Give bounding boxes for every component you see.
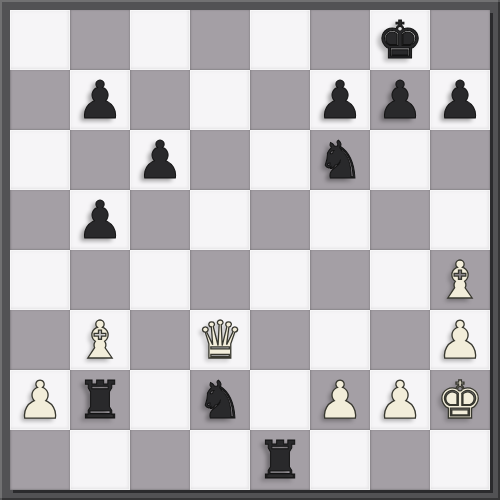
square-b1[interactable] bbox=[70, 430, 130, 490]
square-g1[interactable] bbox=[370, 430, 430, 490]
square-a7[interactable] bbox=[10, 70, 70, 130]
piece-black-pawn[interactable]: ♟ bbox=[137, 134, 184, 186]
square-d4[interactable] bbox=[190, 250, 250, 310]
square-a6[interactable] bbox=[10, 130, 70, 190]
piece-black-king[interactable]: ♚ bbox=[377, 14, 424, 66]
square-a3[interactable] bbox=[10, 310, 70, 370]
piece-black-knight[interactable]: ♞ bbox=[317, 134, 364, 186]
board-frame: ♚♟♟♟♟♟♞♟♝♝♛♟♟♜♞♟♟♚♜ bbox=[0, 0, 500, 500]
piece-black-pawn[interactable]: ♟ bbox=[77, 194, 124, 246]
square-c4[interactable] bbox=[130, 250, 190, 310]
square-e7[interactable] bbox=[250, 70, 310, 130]
square-d3[interactable]: ♛ bbox=[190, 310, 250, 370]
piece-black-pawn[interactable]: ♟ bbox=[77, 74, 124, 126]
square-b3[interactable]: ♝ bbox=[70, 310, 130, 370]
square-b8[interactable] bbox=[70, 10, 130, 70]
square-a5[interactable] bbox=[10, 190, 70, 250]
square-h2[interactable]: ♚ bbox=[430, 370, 490, 430]
square-g5[interactable] bbox=[370, 190, 430, 250]
square-g8[interactable]: ♚ bbox=[370, 10, 430, 70]
square-e4[interactable] bbox=[250, 250, 310, 310]
square-c3[interactable] bbox=[130, 310, 190, 370]
piece-white-pawn[interactable]: ♟ bbox=[377, 374, 424, 426]
square-b7[interactable]: ♟ bbox=[70, 70, 130, 130]
square-c2[interactable] bbox=[130, 370, 190, 430]
piece-white-pawn[interactable]: ♟ bbox=[317, 374, 364, 426]
square-h3[interactable]: ♟ bbox=[430, 310, 490, 370]
square-e3[interactable] bbox=[250, 310, 310, 370]
square-h6[interactable] bbox=[430, 130, 490, 190]
square-f4[interactable] bbox=[310, 250, 370, 310]
piece-white-queen[interactable]: ♛ bbox=[197, 314, 244, 366]
piece-white-bishop[interactable]: ♝ bbox=[77, 314, 124, 366]
square-f1[interactable] bbox=[310, 430, 370, 490]
square-e1[interactable]: ♜ bbox=[250, 430, 310, 490]
square-b5[interactable]: ♟ bbox=[70, 190, 130, 250]
chess-board: ♚♟♟♟♟♟♞♟♝♝♛♟♟♜♞♟♟♚♜ bbox=[10, 10, 490, 490]
square-f6[interactable]: ♞ bbox=[310, 130, 370, 190]
square-c5[interactable] bbox=[130, 190, 190, 250]
square-g4[interactable] bbox=[370, 250, 430, 310]
square-f7[interactable]: ♟ bbox=[310, 70, 370, 130]
piece-white-pawn[interactable]: ♟ bbox=[17, 374, 64, 426]
square-d2[interactable]: ♞ bbox=[190, 370, 250, 430]
square-c1[interactable] bbox=[130, 430, 190, 490]
square-g7[interactable]: ♟ bbox=[370, 70, 430, 130]
square-e5[interactable] bbox=[250, 190, 310, 250]
square-g3[interactable] bbox=[370, 310, 430, 370]
square-a4[interactable] bbox=[10, 250, 70, 310]
square-a2[interactable]: ♟ bbox=[10, 370, 70, 430]
square-d6[interactable] bbox=[190, 130, 250, 190]
square-h5[interactable] bbox=[430, 190, 490, 250]
square-f2[interactable]: ♟ bbox=[310, 370, 370, 430]
square-e6[interactable] bbox=[250, 130, 310, 190]
square-f3[interactable] bbox=[310, 310, 370, 370]
piece-black-rook[interactable]: ♜ bbox=[257, 434, 304, 486]
square-h4[interactable]: ♝ bbox=[430, 250, 490, 310]
piece-white-pawn[interactable]: ♟ bbox=[437, 314, 484, 366]
piece-black-rook[interactable]: ♜ bbox=[77, 374, 124, 426]
square-g2[interactable]: ♟ bbox=[370, 370, 430, 430]
square-d5[interactable] bbox=[190, 190, 250, 250]
square-f5[interactable] bbox=[310, 190, 370, 250]
piece-black-pawn[interactable]: ♟ bbox=[377, 74, 424, 126]
square-e2[interactable] bbox=[250, 370, 310, 430]
square-d1[interactable] bbox=[190, 430, 250, 490]
square-c8[interactable] bbox=[130, 10, 190, 70]
square-h8[interactable] bbox=[430, 10, 490, 70]
square-b2[interactable]: ♜ bbox=[70, 370, 130, 430]
square-d8[interactable] bbox=[190, 10, 250, 70]
square-h7[interactable]: ♟ bbox=[430, 70, 490, 130]
square-g6[interactable] bbox=[370, 130, 430, 190]
piece-white-bishop[interactable]: ♝ bbox=[437, 254, 484, 306]
square-c6[interactable]: ♟ bbox=[130, 130, 190, 190]
square-f8[interactable] bbox=[310, 10, 370, 70]
piece-black-pawn[interactable]: ♟ bbox=[437, 74, 484, 126]
square-a1[interactable] bbox=[10, 430, 70, 490]
piece-black-knight[interactable]: ♞ bbox=[197, 374, 244, 426]
square-c7[interactable] bbox=[130, 70, 190, 130]
square-e8[interactable] bbox=[250, 10, 310, 70]
square-a8[interactable] bbox=[10, 10, 70, 70]
piece-black-pawn[interactable]: ♟ bbox=[317, 74, 364, 126]
square-h1[interactable] bbox=[430, 430, 490, 490]
square-b6[interactable] bbox=[70, 130, 130, 190]
piece-white-king[interactable]: ♚ bbox=[437, 374, 484, 426]
square-b4[interactable] bbox=[70, 250, 130, 310]
square-d7[interactable] bbox=[190, 70, 250, 130]
